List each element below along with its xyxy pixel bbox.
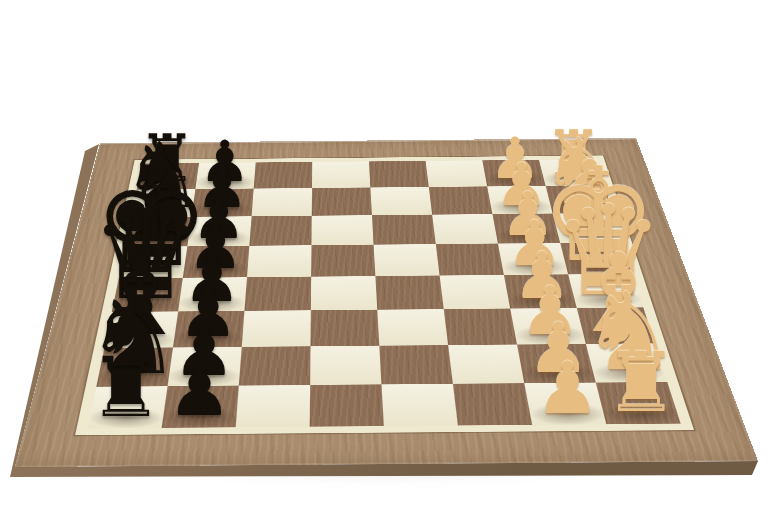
- chess-photo-scene: ♜♟♟♜♞♟♟♞♝♟♟♝♚♟♟♚♛♟♟♛♝♟♟♝♞♟♟♞♜♟♟♜: [0, 0, 768, 512]
- piece-white-rook-a1[interactable]: ♜: [604, 342, 678, 425]
- piece-black-rook-a8[interactable]: ♜: [89, 346, 163, 429]
- pieces-layer: ♜♟♟♜♞♟♟♞♝♟♟♝♚♟♟♚♛♟♟♛♝♟♟♝♞♟♟♞♜♟♟♜: [0, 0, 768, 512]
- piece-black-pawn-a7[interactable]: ♟: [167, 355, 231, 427]
- piece-white-pawn-a2[interactable]: ♟: [535, 352, 600, 424]
